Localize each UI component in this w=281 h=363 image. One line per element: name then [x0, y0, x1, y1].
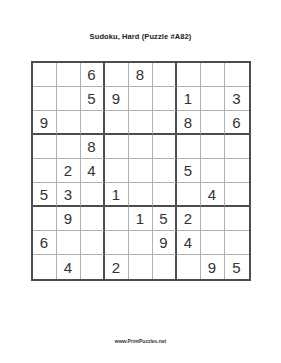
- cell-r1c8[interactable]: [201, 63, 225, 87]
- cell-r4c1[interactable]: [33, 135, 57, 159]
- footer-url: www.PrintPuzzles.net: [0, 338, 281, 344]
- cell-r6c4[interactable]: 1: [105, 183, 129, 207]
- cell-r8c8[interactable]: [201, 231, 225, 255]
- cell-r7c8[interactable]: [201, 207, 225, 231]
- cell-r6c2[interactable]: 3: [57, 183, 81, 207]
- cell-r2c3[interactable]: 5: [81, 87, 105, 111]
- cell-r1c2[interactable]: [57, 63, 81, 87]
- cell-r9c9[interactable]: 5: [225, 255, 249, 279]
- cell-r5c1[interactable]: [33, 159, 57, 183]
- cell-r1c9[interactable]: [225, 63, 249, 87]
- cell-r4c6[interactable]: [153, 135, 177, 159]
- cell-r3c3[interactable]: [81, 111, 105, 135]
- cell-r9c7[interactable]: [177, 255, 201, 279]
- cell-r7c5[interactable]: 1: [129, 207, 153, 231]
- cell-r6c5[interactable]: [129, 183, 153, 207]
- cell-r8c7[interactable]: 4: [177, 231, 201, 255]
- cell-r7c9[interactable]: [225, 207, 249, 231]
- cell-r4c7[interactable]: [177, 135, 201, 159]
- cell-r4c4[interactable]: [105, 135, 129, 159]
- cell-r7c4[interactable]: [105, 207, 129, 231]
- cell-r2c5[interactable]: [129, 87, 153, 111]
- cell-r8c3[interactable]: [81, 231, 105, 255]
- cell-r5c7[interactable]: 5: [177, 159, 201, 183]
- cell-r2c1[interactable]: [33, 87, 57, 111]
- cell-r3c5[interactable]: [129, 111, 153, 135]
- cell-r4c5[interactable]: [129, 135, 153, 159]
- cell-r7c6[interactable]: 5: [153, 207, 177, 231]
- cell-r2c8[interactable]: [201, 87, 225, 111]
- cell-r6c7[interactable]: [177, 183, 201, 207]
- cell-r8c2[interactable]: [57, 231, 81, 255]
- cell-r7c7[interactable]: 2: [177, 207, 201, 231]
- cell-r4c2[interactable]: [57, 135, 81, 159]
- cell-r1c3[interactable]: 6: [81, 63, 105, 87]
- cell-r9c8[interactable]: 9: [201, 255, 225, 279]
- cell-r2c6[interactable]: [153, 87, 177, 111]
- cell-r7c2[interactable]: 9: [57, 207, 81, 231]
- cell-r3c6[interactable]: [153, 111, 177, 135]
- cell-r5c5[interactable]: [129, 159, 153, 183]
- cell-r9c6[interactable]: [153, 255, 177, 279]
- cell-r6c6[interactable]: [153, 183, 177, 207]
- cell-r1c7[interactable]: [177, 63, 201, 87]
- cell-r2c4[interactable]: 9: [105, 87, 129, 111]
- page-title: Sudoku, Hard (Puzzle #A82): [0, 32, 281, 41]
- cell-r7c1[interactable]: [33, 207, 57, 231]
- cell-r1c6[interactable]: [153, 63, 177, 87]
- cell-r3c2[interactable]: [57, 111, 81, 135]
- cell-r5c2[interactable]: 2: [57, 159, 81, 183]
- cell-r9c1[interactable]: [33, 255, 57, 279]
- cell-r5c4[interactable]: [105, 159, 129, 183]
- cell-r5c8[interactable]: [201, 159, 225, 183]
- cell-r9c4[interactable]: 2: [105, 255, 129, 279]
- sudoku-grid: 6859139868245531491526944295: [31, 61, 251, 281]
- cell-r3c7[interactable]: 8: [177, 111, 201, 135]
- cell-r8c1[interactable]: 6: [33, 231, 57, 255]
- printable-page: Sudoku, Hard (Puzzle #A82) 6859139868245…: [0, 0, 281, 363]
- cell-r5c3[interactable]: 4: [81, 159, 105, 183]
- cell-r3c4[interactable]: [105, 111, 129, 135]
- cell-r3c1[interactable]: 9: [33, 111, 57, 135]
- cell-r1c5[interactable]: 8: [129, 63, 153, 87]
- cell-r2c2[interactable]: [57, 87, 81, 111]
- cell-r8c4[interactable]: [105, 231, 129, 255]
- cell-r9c5[interactable]: [129, 255, 153, 279]
- cell-r4c8[interactable]: [201, 135, 225, 159]
- cell-r5c6[interactable]: [153, 159, 177, 183]
- cell-r3c9[interactable]: 6: [225, 111, 249, 135]
- cell-r6c3[interactable]: [81, 183, 105, 207]
- cell-r5c9[interactable]: [225, 159, 249, 183]
- cell-r1c4[interactable]: [105, 63, 129, 87]
- cell-r6c9[interactable]: [225, 183, 249, 207]
- cell-r6c1[interactable]: 5: [33, 183, 57, 207]
- cell-r9c2[interactable]: 4: [57, 255, 81, 279]
- cell-r8c6[interactable]: 9: [153, 231, 177, 255]
- cell-r3c8[interactable]: [201, 111, 225, 135]
- cell-r9c3[interactable]: [81, 255, 105, 279]
- cell-r2c7[interactable]: 1: [177, 87, 201, 111]
- cell-r8c9[interactable]: [225, 231, 249, 255]
- cell-r7c3[interactable]: [81, 207, 105, 231]
- cell-r6c8[interactable]: 4: [201, 183, 225, 207]
- cell-r2c9[interactable]: 3: [225, 87, 249, 111]
- cell-r8c5[interactable]: [129, 231, 153, 255]
- cell-r4c3[interactable]: 8: [81, 135, 105, 159]
- cell-r4c9[interactable]: [225, 135, 249, 159]
- cell-r1c1[interactable]: [33, 63, 57, 87]
